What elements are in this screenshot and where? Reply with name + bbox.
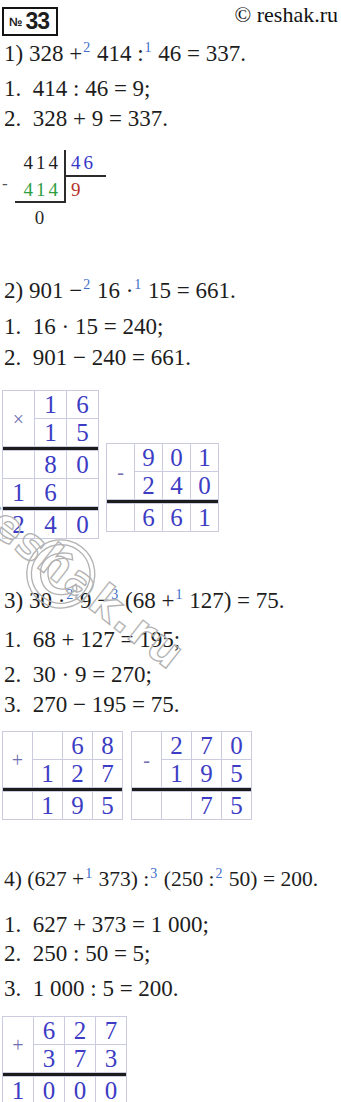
eq-text: 414 : [91, 41, 143, 66]
eq-text: 16 · [91, 278, 133, 303]
digit-cell: 2 [135, 472, 162, 499]
sum-rule-line [132, 788, 251, 791]
digit-cell [107, 504, 134, 531]
eq-text: 15 = 661. [142, 278, 235, 303]
digit-cell: 5 [222, 792, 251, 819]
equation-4: 4) (627 +1 373) :3 (250 :2 50) = 200. [4, 868, 318, 892]
problem-number-badge: № 33 [2, 7, 58, 36]
step-line: 1. 414 : 46 = 9; [4, 76, 151, 101]
operation-sign-cell: + [3, 1017, 33, 1072]
digit-cell: 9 [63, 792, 92, 819]
division-quotient: 9 [64, 177, 106, 203]
operation-sign-cell: × [3, 391, 34, 446]
digit-cell: 4 [163, 472, 190, 499]
digit-cell: 9 [192, 760, 221, 787]
step-line: 1. 627 + 373 = 1 000; [4, 912, 209, 937]
digit-cell: 6 [35, 479, 66, 506]
digit-cell: 9 [135, 444, 162, 471]
digit-cell: 1 [191, 444, 218, 471]
equation-2: 2) 901 −2 16 ·1 15 = 661. [4, 278, 236, 303]
step-line: 2. 30 · 9 = 270; [4, 662, 152, 687]
column-subtraction-270-195: -27019575 [131, 731, 252, 820]
digit-cell: 7 [93, 760, 122, 787]
digit-cell [33, 732, 62, 759]
eq-text: (68 + [119, 588, 174, 613]
step-line: 1. 68 + 127 = 195; [4, 627, 180, 652]
digit-cell: 1 [191, 504, 218, 531]
step-line: 2. 901 − 240 = 661. [4, 345, 191, 370]
digit-cell: 5 [93, 792, 122, 819]
step-line: 3. 1 000 : 5 = 200. [4, 976, 179, 1001]
digit-cell: 1 [162, 760, 191, 787]
equation-1: 1) 328 +2 414 :1 46 = 337. [4, 41, 246, 66]
digit-cell: 4 [35, 511, 66, 538]
digit-cell: 5 [67, 419, 98, 446]
digit-cell: 7 [65, 1045, 95, 1072]
worksheet-page: № 33 © reshak.ru 1) 328 +2 414 :1 46 = 3… [0, 0, 341, 1102]
order-superscript: 1 [175, 587, 182, 602]
order-superscript: 2 [83, 277, 90, 292]
digit-cell: 0 [34, 1077, 64, 1102]
digit-cell: 6 [34, 1017, 64, 1044]
problem-number: 33 [25, 8, 49, 35]
digit-cell: 1 [35, 391, 66, 418]
order-superscript: 3 [111, 587, 118, 602]
column-multiplication-16x15: ×16158016240 [2, 390, 99, 539]
sum-rule-line [3, 1073, 126, 1076]
digit-cell [3, 451, 34, 478]
digit-cell: 0 [67, 451, 98, 478]
operation-sign-cell: - [132, 732, 161, 787]
digit-cell: 3 [96, 1045, 126, 1072]
digit-cell: 5 [222, 760, 251, 787]
digit-cell: 0 [222, 732, 251, 759]
digit-cell: 3 [34, 1045, 64, 1072]
digit-cell: 8 [93, 732, 122, 759]
digit-cell: 6 [163, 504, 190, 531]
eq-text: 4) (627 + [4, 867, 84, 891]
digit-cell [132, 792, 161, 819]
eq-text: 2) 901 − [4, 278, 82, 303]
order-superscript: 2 [215, 866, 222, 881]
column-addition-627-373: +6273731000 [2, 1016, 127, 1102]
digit-cell: 0 [96, 1077, 126, 1102]
order-superscript: 1 [85, 866, 92, 881]
step-line: 2. 250 : 50 = 5; [4, 941, 151, 966]
eq-text: 9 − [74, 588, 110, 613]
numero-sign: № [9, 15, 22, 29]
digit-cell: 0 [163, 444, 190, 471]
sum-rule-line [3, 507, 98, 510]
digit-cell [3, 792, 32, 819]
digit-cell: 2 [63, 760, 92, 787]
column-subtraction-901-240: -901240661 [106, 443, 219, 532]
order-superscript: 1 [134, 277, 141, 292]
sum-rule-line [107, 500, 218, 503]
digit-cell: 6 [63, 732, 92, 759]
eq-text: 1) 328 + [4, 41, 82, 66]
division-minus-sign: - [2, 177, 15, 203]
eq-text: 3) 30 · [4, 588, 65, 613]
division-subtrahend: 414 [15, 177, 64, 203]
division-dividend: 414 [15, 150, 64, 177]
order-superscript: 2 [83, 40, 90, 55]
sum-rule-line [3, 447, 98, 450]
sum-rule-line [3, 788, 122, 791]
order-superscript: 2 [66, 587, 73, 602]
division-divisor: 46 [64, 150, 106, 177]
digit-cell: 1 [33, 792, 62, 819]
digit-cell: 0 [191, 472, 218, 499]
digit-cell: 2 [3, 511, 34, 538]
eq-text: 373) : [93, 867, 149, 891]
operation-sign-cell: + [3, 732, 32, 787]
digit-cell: 8 [35, 451, 66, 478]
eq-text: (250 : [158, 867, 214, 891]
digit-cell [162, 792, 191, 819]
copyright-note: © reshak.ru [235, 2, 338, 28]
digit-cell: 6 [135, 504, 162, 531]
long-division-414-46: - 414 46 414 9 0 [2, 150, 106, 229]
equation-3: 3) 30 ·2 9 −3 (68 +1 127) = 75. [4, 588, 285, 613]
step-line: 2. 328 + 9 = 337. [4, 106, 168, 131]
division-remainder: 0 [15, 203, 64, 229]
digit-cell: 1 [35, 419, 66, 446]
digit-cell: 2 [162, 732, 191, 759]
digit-cell: 0 [65, 1077, 95, 1102]
digit-cell: 7 [192, 732, 221, 759]
step-line: 3. 270 − 195 = 75. [4, 692, 179, 717]
column-addition-68-127: +68127195 [2, 731, 123, 820]
order-superscript: 3 [150, 866, 157, 881]
operation-sign-cell: - [107, 444, 134, 499]
order-superscript: 1 [145, 40, 152, 55]
digit-cell: 7 [96, 1017, 126, 1044]
digit-cell: 1 [3, 479, 34, 506]
step-line: 1. 16 · 15 = 240; [4, 314, 163, 339]
eq-text: 46 = 337. [153, 41, 246, 66]
digit-cell [67, 479, 98, 506]
digit-cell: 1 [33, 760, 62, 787]
digit-cell: 1 [3, 1077, 33, 1102]
digit-cell: 6 [67, 391, 98, 418]
digit-cell: 2 [65, 1017, 95, 1044]
eq-text: 127) = 75. [183, 588, 284, 613]
digit-cell: 0 [67, 511, 98, 538]
eq-text: 50) = 200. [223, 867, 318, 891]
digit-cell: 7 [192, 792, 221, 819]
